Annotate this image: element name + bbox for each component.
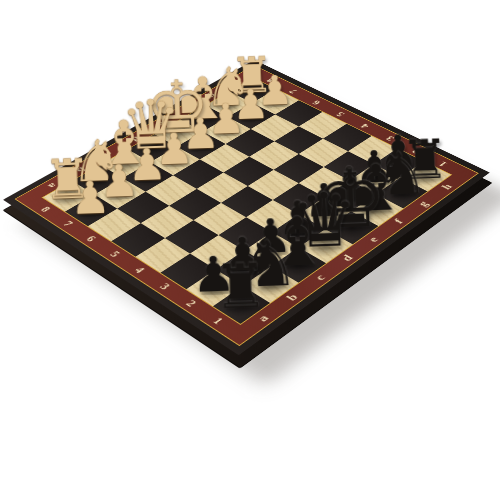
camera-tilt: abcdefgh abcdefgh 87654321 87654321 ♜♞♝♛…	[0, 0, 500, 500]
chess-board: abcdefgh abcdefgh 87654321 87654321 ♜♞♝♛…	[3, 60, 490, 355]
photo-scene: abcdefgh abcdefgh 87654321 87654321 ♜♞♝♛…	[0, 0, 500, 500]
chess-set-product-photo: abcdefgh abcdefgh 87654321 87654321 ♜♞♝♛…	[0, 0, 500, 500]
